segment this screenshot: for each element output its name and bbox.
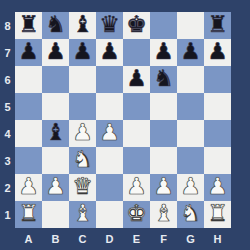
square-a6[interactable] — [15, 66, 42, 93]
black-bishop-c8[interactable]: ♝ — [72, 12, 93, 38]
square-f3[interactable] — [150, 147, 177, 174]
square-b6[interactable] — [42, 66, 69, 93]
square-d4[interactable]: ♟ — [96, 120, 123, 147]
square-h2[interactable]: ♟ — [204, 174, 231, 201]
square-h1[interactable]: ♜ — [204, 201, 231, 228]
square-g3[interactable] — [177, 147, 204, 174]
white-knight-c3[interactable]: ♞ — [72, 147, 93, 173]
square-a3[interactable] — [15, 147, 42, 174]
file-label-A: A — [15, 228, 42, 250]
square-h3[interactable] — [204, 147, 231, 174]
square-g6[interactable] — [177, 66, 204, 93]
square-d5[interactable] — [96, 93, 123, 120]
square-g5[interactable] — [177, 93, 204, 120]
square-g1[interactable]: ♞ — [177, 201, 204, 228]
square-e5[interactable] — [123, 93, 150, 120]
rank-label-2: 2 — [0, 174, 15, 201]
square-h7[interactable]: ♟ — [204, 39, 231, 66]
square-c6[interactable] — [69, 66, 96, 93]
square-d1[interactable] — [96, 201, 123, 228]
black-knight-b8[interactable]: ♞ — [45, 12, 66, 38]
white-bishop-c1[interactable]: ♝ — [72, 201, 93, 227]
square-h8[interactable]: ♜ — [204, 12, 231, 39]
square-e4[interactable] — [123, 120, 150, 147]
square-c4[interactable]: ♟ — [69, 120, 96, 147]
square-b3[interactable] — [42, 147, 69, 174]
square-e6[interactable]: ♟ — [123, 66, 150, 93]
white-pawn-e2[interactable]: ♟ — [126, 174, 147, 200]
square-b5[interactable] — [42, 93, 69, 120]
rank-label-8: 8 — [0, 12, 15, 39]
square-e7[interactable] — [123, 39, 150, 66]
black-pawn-a7[interactable]: ♟ — [18, 39, 39, 65]
black-pawn-g7[interactable]: ♟ — [180, 39, 201, 65]
square-a7[interactable]: ♟ — [15, 39, 42, 66]
square-f2[interactable]: ♟ — [150, 174, 177, 201]
rank-label-6: 6 — [0, 66, 15, 93]
chess-diagram: 87654321 ♜♞♝♛♚♜♟♟♟♟♟♟♟♟♞♝♟♟♞♟♟♛♟♟♟♟♜♝♚♝♞… — [0, 0, 250, 250]
square-b7[interactable]: ♟ — [42, 39, 69, 66]
file-label-H: H — [204, 228, 231, 250]
black-pawn-f7[interactable]: ♟ — [153, 39, 174, 65]
file-label-F: F — [150, 228, 177, 250]
black-bishop-b4[interactable]: ♝ — [45, 120, 66, 146]
file-label-D: D — [96, 228, 123, 250]
white-pawn-g2[interactable]: ♟ — [180, 174, 201, 200]
square-c2[interactable]: ♛ — [69, 174, 96, 201]
square-e3[interactable] — [123, 147, 150, 174]
white-pawn-c4[interactable]: ♟ — [72, 120, 93, 146]
white-pawn-a2[interactable]: ♟ — [18, 174, 39, 200]
white-rook-h1[interactable]: ♜ — [207, 201, 228, 227]
square-d6[interactable] — [96, 66, 123, 93]
square-c3[interactable]: ♞ — [69, 147, 96, 174]
square-c5[interactable] — [69, 93, 96, 120]
black-pawn-c7[interactable]: ♟ — [72, 39, 93, 65]
black-knight-f6[interactable]: ♞ — [153, 66, 174, 92]
square-g2[interactable]: ♟ — [177, 174, 204, 201]
chess-board[interactable]: ♜♞♝♛♚♜♟♟♟♟♟♟♟♟♞♝♟♟♞♟♟♛♟♟♟♟♜♝♚♝♞♜ — [15, 12, 231, 228]
white-king-e1[interactable]: ♚ — [126, 201, 147, 227]
square-a5[interactable] — [15, 93, 42, 120]
rank-label-3: 3 — [0, 147, 15, 174]
square-e2[interactable]: ♟ — [123, 174, 150, 201]
square-b2[interactable]: ♟ — [42, 174, 69, 201]
square-a4[interactable] — [15, 120, 42, 147]
rank-label-7: 7 — [0, 39, 15, 66]
square-h5[interactable] — [204, 93, 231, 120]
white-pawn-d4[interactable]: ♟ — [99, 120, 120, 146]
square-h4[interactable] — [204, 120, 231, 147]
white-bishop-f1[interactable]: ♝ — [153, 201, 174, 227]
square-b8[interactable]: ♞ — [42, 12, 69, 39]
square-d3[interactable] — [96, 147, 123, 174]
white-pawn-f2[interactable]: ♟ — [153, 174, 174, 200]
square-f5[interactable] — [150, 93, 177, 120]
black-rook-a8[interactable]: ♜ — [18, 12, 39, 38]
square-c7[interactable]: ♟ — [69, 39, 96, 66]
square-f8[interactable] — [150, 12, 177, 39]
square-g8[interactable] — [177, 12, 204, 39]
rank-label-5: 5 — [0, 93, 15, 120]
rank-label-1: 1 — [0, 201, 15, 228]
square-f7[interactable]: ♟ — [150, 39, 177, 66]
square-a8[interactable]: ♜ — [15, 12, 42, 39]
black-pawn-e6[interactable]: ♟ — [126, 66, 147, 92]
square-c8[interactable]: ♝ — [69, 12, 96, 39]
square-f6[interactable]: ♞ — [150, 66, 177, 93]
square-b4[interactable]: ♝ — [42, 120, 69, 147]
white-pawn-h2[interactable]: ♟ — [207, 174, 228, 200]
rank-label-4: 4 — [0, 120, 15, 147]
square-g4[interactable] — [177, 120, 204, 147]
rank-labels: 87654321 — [0, 12, 15, 228]
square-c1[interactable]: ♝ — [69, 201, 96, 228]
square-a2[interactable]: ♟ — [15, 174, 42, 201]
file-labels: ABCDEFGH — [15, 228, 231, 250]
black-pawn-h7[interactable]: ♟ — [207, 39, 228, 65]
square-h6[interactable] — [204, 66, 231, 93]
square-d8[interactable]: ♛ — [96, 12, 123, 39]
square-e8[interactable]: ♚ — [123, 12, 150, 39]
square-d2[interactable] — [96, 174, 123, 201]
square-b1[interactable] — [42, 201, 69, 228]
black-king-e8[interactable]: ♚ — [126, 12, 147, 38]
white-rook-a1[interactable]: ♜ — [18, 201, 39, 227]
white-pawn-b2[interactable]: ♟ — [45, 174, 66, 200]
black-queen-d8[interactable]: ♛ — [99, 12, 120, 38]
square-d7[interactable]: ♟ — [96, 39, 123, 66]
file-label-B: B — [42, 228, 69, 250]
square-g7[interactable]: ♟ — [177, 39, 204, 66]
square-a1[interactable]: ♜ — [15, 201, 42, 228]
file-label-G: G — [177, 228, 204, 250]
square-f1[interactable]: ♝ — [150, 201, 177, 228]
black-pawn-b7[interactable]: ♟ — [45, 39, 66, 65]
white-queen-c2[interactable]: ♛ — [72, 174, 93, 200]
black-rook-h8[interactable]: ♜ — [207, 12, 228, 38]
file-label-C: C — [69, 228, 96, 250]
black-pawn-d7[interactable]: ♟ — [99, 39, 120, 65]
square-e1[interactable]: ♚ — [123, 201, 150, 228]
file-label-E: E — [123, 228, 150, 250]
square-f4[interactable] — [150, 120, 177, 147]
white-knight-g1[interactable]: ♞ — [180, 201, 201, 227]
